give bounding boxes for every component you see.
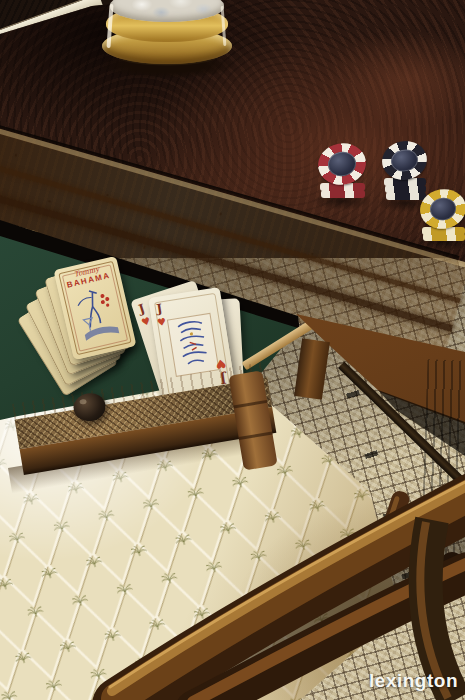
jack-rank: J	[156, 301, 164, 316]
photo-game-table-scene: Tommy BAHAMA J ♥ J ♥ J ♥	[0, 0, 465, 700]
jack-figure-illustration	[167, 313, 220, 377]
card2-rank: J	[137, 301, 147, 316]
heart-suit-icon: ♥	[156, 316, 167, 328]
lexington-watermark: lexington	[369, 670, 458, 692]
rattan-chair-frame	[80, 460, 465, 700]
card2-suit: ♥	[140, 315, 152, 328]
